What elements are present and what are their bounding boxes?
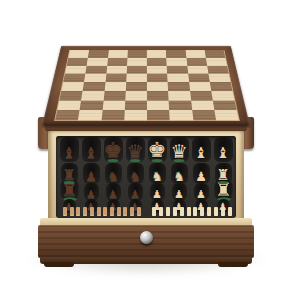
queen-piece-glyph: ♛ <box>126 142 143 161</box>
light-king-in-tray: ♚ <box>148 137 167 162</box>
board-square <box>206 58 227 66</box>
product-photo-chess-set: ♝♝♚♛♚♛♝♝♜♟♞♞♞♞♟♜♜♟♟♟♟♟♟♜♟♟♟♟♟♟♟♟ <box>0 0 292 292</box>
checkers-strip-light <box>152 206 232 216</box>
board-square <box>147 50 167 57</box>
dark-checker-tile <box>123 207 127 216</box>
board-square <box>167 74 188 83</box>
board-square <box>168 91 190 100</box>
board-square <box>147 82 168 91</box>
board-square <box>147 74 168 83</box>
dark-checker-tile <box>76 207 80 216</box>
board-square <box>147 110 170 120</box>
board-square <box>101 110 124 120</box>
light-checker-tile <box>180 207 184 216</box>
board-square <box>190 91 213 100</box>
dark-rook-in-tray: ♜ <box>61 163 78 184</box>
board-square <box>166 50 186 57</box>
board-square <box>125 91 147 100</box>
board-square <box>84 74 106 83</box>
pawn-piece-glyph: ♟ <box>152 189 162 200</box>
light-checker-tile <box>187 207 191 216</box>
dark-knight-in-tray: ♞ <box>127 163 144 184</box>
board-square <box>126 66 146 74</box>
dark-checker-tile <box>97 207 101 216</box>
light-checker-tile <box>159 207 163 216</box>
board-square <box>78 110 102 120</box>
light-checker-tile <box>228 207 232 216</box>
board-square <box>108 50 128 57</box>
bishop-piece-glyph: ♝ <box>194 146 207 161</box>
drawer-knob <box>140 231 153 244</box>
board-square <box>187 66 208 74</box>
board-square <box>65 66 87 74</box>
board-square <box>166 58 186 66</box>
board-square <box>102 100 125 110</box>
pawn-piece-glyph: ♟ <box>196 189 206 200</box>
light-checker-tile <box>173 207 177 216</box>
bishop-piece-glyph: ♝ <box>84 146 97 161</box>
drawer-piece-row: ♜♟♞♞♞♞♟♜ <box>58 163 234 184</box>
board-square <box>83 82 105 91</box>
board-square <box>127 50 147 57</box>
light-checker-tile <box>152 207 156 216</box>
dark-checker-tile <box>110 207 114 216</box>
board-square <box>169 110 193 120</box>
queen-piece-glyph: ♛ <box>170 142 187 161</box>
board-square <box>188 74 210 83</box>
light-queen-in-tray: ♛ <box>170 137 189 162</box>
board-square <box>55 110 80 120</box>
bishop-piece-glyph: ♝ <box>62 146 75 161</box>
king-piece-glyph: ♚ <box>104 140 123 161</box>
king-piece-glyph: ♚ <box>148 140 167 161</box>
light-knight-in-tray: ♞ <box>149 163 166 184</box>
dark-bishop-in-tray: ♝ <box>82 137 101 162</box>
board-square <box>80 100 103 110</box>
board-square <box>107 58 127 66</box>
board-square <box>167 66 188 74</box>
dark-checker-tile <box>130 207 134 216</box>
board-square <box>147 100 169 110</box>
board-square <box>81 91 104 100</box>
board-square <box>68 50 89 57</box>
board-square <box>125 100 147 110</box>
rook-piece-glyph: ♜ <box>216 168 229 183</box>
board-square <box>124 110 147 120</box>
light-checker-tile <box>214 207 218 216</box>
board-square <box>105 74 126 83</box>
light-checker-tile <box>166 207 170 216</box>
dark-checker-tile <box>70 207 74 216</box>
board-square <box>147 66 167 74</box>
chess-board <box>42 46 250 126</box>
board-square <box>106 66 127 74</box>
dark-checker-tile <box>103 207 107 216</box>
board-square <box>211 91 234 100</box>
board-square <box>86 66 107 74</box>
board-square <box>185 50 205 57</box>
light-checker-tile <box>221 207 225 216</box>
checkers-strip-dark <box>63 206 141 216</box>
dark-checker-tile <box>83 207 87 216</box>
board-square <box>147 58 167 66</box>
light-checker-tile <box>207 207 211 216</box>
light-checker-tile <box>200 207 204 216</box>
knight-piece-glyph: ♞ <box>173 170 185 183</box>
pawn-piece-glyph: ♟ <box>130 189 140 200</box>
dark-checker-tile <box>117 207 121 216</box>
board-square <box>147 91 169 100</box>
board-square <box>204 50 225 57</box>
rook-piece-glyph: ♜ <box>215 181 231 199</box>
board-square <box>59 91 82 100</box>
board-square <box>192 110 216 120</box>
board-square <box>208 74 230 83</box>
knight-piece-glyph: ♞ <box>107 170 119 183</box>
light-rook-in-tray: ♜ <box>215 163 232 184</box>
light-checker-tile <box>193 207 197 216</box>
light-bishop-in-tray: ♝ <box>214 137 233 162</box>
board-square <box>63 74 85 83</box>
light-knight-in-tray: ♞ <box>171 163 188 184</box>
board-square <box>57 100 81 110</box>
pawn-piece-glyph: ♟ <box>86 189 96 200</box>
dark-checker-tile <box>137 207 141 216</box>
knight-piece-glyph: ♞ <box>129 170 141 183</box>
foot-left <box>44 262 74 267</box>
knight-piece-glyph: ♞ <box>151 170 163 183</box>
board-square <box>169 100 192 110</box>
light-pawn-in-tray: ♟ <box>193 163 210 184</box>
board-square <box>103 91 125 100</box>
board-square <box>104 82 126 91</box>
dark-pawn-in-tray: ♟ <box>83 163 100 184</box>
dark-queen-in-tray: ♛ <box>126 137 145 162</box>
board-square <box>186 58 207 66</box>
board-square <box>213 100 237 110</box>
dark-knight-in-tray: ♞ <box>105 163 122 184</box>
board-square <box>191 100 214 110</box>
rook-piece-glyph: ♜ <box>61 181 77 199</box>
dark-king-in-tray: ♚ <box>104 137 123 162</box>
board-square <box>61 82 84 91</box>
board-frame <box>42 46 250 126</box>
board-square <box>67 58 88 66</box>
board-field <box>54 50 240 121</box>
board-square <box>189 82 211 91</box>
board-square <box>126 74 147 83</box>
board-square <box>214 110 239 120</box>
pawn-piece-glyph: ♟ <box>195 170 207 183</box>
pawn-piece-glyph: ♟ <box>174 189 184 200</box>
foot-right <box>218 262 248 267</box>
board-square <box>88 50 108 57</box>
board-square <box>168 82 190 91</box>
bishop-piece-glyph: ♝ <box>216 146 229 161</box>
pawn-piece-glyph: ♟ <box>108 189 118 200</box>
pawn-piece-glyph: ♟ <box>85 170 97 183</box>
rook-piece-glyph: ♜ <box>62 168 75 183</box>
foam-insert: ♝♝♚♛♚♛♝♝♜♟♞♞♞♞♟♜♜♟♟♟♟♟♟♜♟♟♟♟♟♟♟♟ <box>56 136 236 218</box>
board-square <box>210 82 233 91</box>
dark-checker-tile <box>63 207 67 216</box>
drawer-piece-row: ♝♝♚♛♚♛♝♝ <box>58 137 234 162</box>
board-square <box>87 58 108 66</box>
board-square <box>127 58 147 66</box>
board-square <box>207 66 229 74</box>
light-bishop-in-tray: ♝ <box>192 137 211 162</box>
dark-bishop-in-tray: ♝ <box>60 137 79 162</box>
dark-checker-tile <box>90 207 94 216</box>
board-square <box>126 82 147 91</box>
